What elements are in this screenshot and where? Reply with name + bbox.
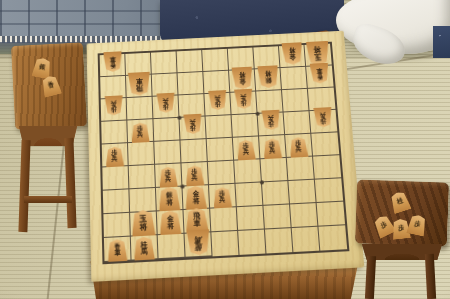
board-cell[interactable]: 金将 [157,210,185,235]
shogi-piece-pawn-gote[interactable]: 歩兵 [104,95,123,115]
board-cell[interactable]: 歩兵 [155,163,182,188]
board-cell[interactable] [238,230,266,255]
board-cell[interactable]: 歩兵 [204,93,231,117]
shogi-piece-pawn-gote[interactable]: 歩兵 [261,110,280,131]
board-cell[interactable]: 金将 [182,185,210,210]
photo-scene: 銀 香 香車金将玉将飛車金将銀将香車歩兵歩兵歩兵歩兵歩兵歩兵歩兵歩兵歩兵歩兵歩兵… [0,0,450,299]
board-surface: 香車金将玉将飛車金将銀将香車歩兵歩兵歩兵歩兵歩兵歩兵歩兵歩兵歩兵歩兵歩兵歩兵歩兵… [87,31,365,282]
board-cell[interactable] [177,50,204,73]
board-cell[interactable] [128,142,155,166]
shogi-piece-pawn-gote[interactable]: 歩兵 [234,89,253,109]
shogi-piece-pawn-sente[interactable]: 歩兵 [289,137,309,158]
board-cell[interactable] [151,51,178,74]
shogi-piece-lance-gote[interactable]: 香車 [103,51,122,72]
board-cell[interactable] [263,204,291,229]
board-cell[interactable] [284,111,312,135]
shogi-piece-pawn-gote[interactable]: 歩兵 [156,93,175,113]
board-cell[interactable]: 歩兵 [102,143,129,167]
board-cell[interactable]: 歩兵 [258,112,286,136]
board-cell[interactable] [262,181,290,206]
board-cell[interactable] [180,139,207,163]
shogi-piece-pawn-sente[interactable]: 歩兵 [159,167,178,188]
board-cell[interactable]: 香車 [306,65,334,88]
board-cell[interactable] [288,180,316,205]
board-cell[interactable] [287,157,315,181]
shogi-piece-gold-sente[interactable]: 金将 [185,185,208,210]
shogi-piece-pawn-sente[interactable]: 歩兵 [263,138,282,159]
board-cell[interactable] [153,118,180,142]
board-cell[interactable]: 桂馬 [131,235,159,260]
board-cell[interactable] [265,228,293,253]
board-cell[interactable] [207,138,234,162]
board-cell[interactable]: 銀将 [156,187,184,212]
shogi-piece-rook-gote[interactable]: 飛車 [127,72,150,96]
board-cell[interactable] [237,206,265,231]
board-cell[interactable]: 歩兵 [209,184,237,209]
shogi-piece-knight-sente[interactable]: 桂馬 [133,236,154,260]
shogi-piece-pawn-sente[interactable]: 歩兵 [185,165,204,186]
board-cell[interactable] [154,140,181,164]
board-cell[interactable]: 歩兵 [310,110,338,134]
shogi-piece-pawn-sente[interactable]: 歩兵 [131,122,150,143]
board-cell[interactable]: 龍馬 [185,232,213,257]
board-cell[interactable] [280,67,307,90]
komadai-left-stretcher [24,196,72,203]
board-cell[interactable] [234,159,262,184]
patterned-cushion-corner [433,26,450,58]
shogi-piece-silver-gote[interactable]: 銀将 [257,65,279,88]
board-cell[interactable] [206,115,233,139]
board-cell[interactable] [260,158,288,182]
board-cell[interactable] [317,202,346,227]
board-cell[interactable] [211,231,239,256]
shogi-piece-gold-sente[interactable]: 金将 [159,210,182,235]
board-cell[interactable]: 香車 [100,54,126,77]
board-cell[interactable] [202,49,229,72]
board-cell[interactable]: 銀将 [255,68,282,91]
board-cell[interactable] [313,155,341,179]
board-cell[interactable] [101,120,128,144]
board-cell[interactable] [318,225,347,250]
board-cell[interactable] [103,213,130,238]
shogi-piece-gold-gote[interactable]: 金将 [281,42,303,65]
board-cell[interactable] [210,207,238,232]
shogi-piece-king-sente[interactable]: 玉将 [131,209,156,236]
board-cell[interactable]: 歩兵 [127,119,154,143]
board-cell[interactable] [235,182,263,207]
board-cell[interactable] [232,114,259,138]
shogi-board-grid[interactable]: 香車金将玉将飛車金将銀将香車歩兵歩兵歩兵歩兵歩兵歩兵歩兵歩兵歩兵歩兵歩兵歩兵歩兵… [98,42,350,265]
board-cell[interactable] [311,132,339,156]
shogi-piece-lance-gote[interactable]: 香車 [309,63,329,84]
board-cell[interactable] [178,72,205,95]
board-cell[interactable] [103,189,130,214]
board-cell[interactable] [208,161,236,186]
board-cell[interactable] [282,89,310,113]
board-cell[interactable] [129,165,156,190]
shogi-piece-pawn-gote[interactable]: 歩兵 [313,107,333,128]
board-cell[interactable] [158,234,186,259]
board-cell[interactable]: 歩兵 [230,91,257,115]
shogi-piece-lance-sente[interactable]: 香車 [107,239,127,262]
shogi-piece-pawn-gote[interactable]: 歩兵 [208,90,227,110]
board-cell[interactable] [290,203,318,228]
board-cell[interactable]: 金将 [279,45,306,68]
board-cell[interactable]: 歩兵 [181,162,209,187]
shogi-piece-silver-sente[interactable]: 銀将 [158,187,180,212]
shogi-piece-pawn-gote[interactable]: 歩兵 [183,114,202,135]
board-cell[interactable]: 歩兵 [259,135,287,159]
board-cell[interactable]: 香車 [104,237,132,262]
board-cell[interactable] [129,188,156,213]
board-cell[interactable]: 歩兵 [285,134,313,158]
board-cell[interactable]: 歩兵 [179,116,206,140]
board-cell[interactable] [315,178,343,203]
board-cell[interactable] [127,97,154,121]
shogi-piece-pawn-sente[interactable]: 歩兵 [237,140,256,161]
plaid-blanket [0,0,174,38]
board-cell[interactable]: 歩兵 [101,98,128,122]
board-cell[interactable]: 飛車 [126,75,153,98]
board-cell[interactable]: 歩兵 [233,136,261,160]
shogi-piece-pawn-sente[interactable]: 歩兵 [213,187,232,208]
shogi-piece-pawn-sente[interactable]: 歩兵 [105,146,124,167]
shogi-board: 香車金将玉将飛車金将銀将香車歩兵歩兵歩兵歩兵歩兵歩兵歩兵歩兵歩兵歩兵歩兵歩兵歩兵… [87,31,365,282]
board-cell[interactable] [292,227,321,252]
board-cell[interactable]: 玉将 [130,211,158,236]
board-cell[interactable] [102,166,129,191]
board-cell[interactable]: 歩兵 [153,95,180,119]
shogi-piece-gold-gote[interactable]: 金将 [231,67,253,90]
shogi-piece-king-gote[interactable]: 玉将 [306,41,331,66]
shogi-piece-promoted-bishop-gote[interactable]: 龍馬 [186,229,210,255]
